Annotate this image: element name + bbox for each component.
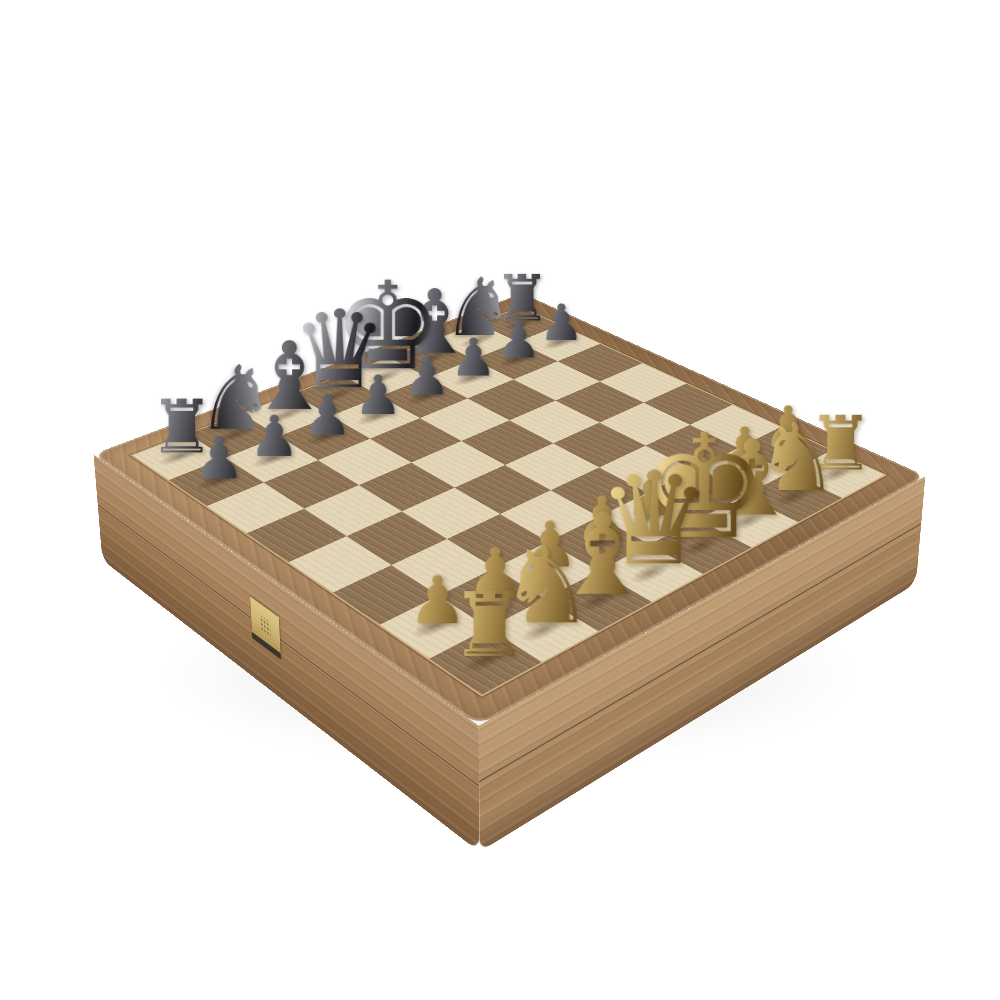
product-photo-scene: ♜♞♟♝♟♚♟♛♟♝♟♞♟♟♜♟♟♜♟♟♞♟♝♟♚♟♛♟♝♟♞♜ (0, 0, 1000, 1000)
crown-emblem-icon (260, 615, 271, 638)
clasp-dark-edge (252, 632, 281, 659)
brass-clasp (250, 597, 281, 660)
white-rook-glyph: ♜ (398, 588, 580, 663)
black-pawn-glyph: ♟ (142, 434, 297, 483)
